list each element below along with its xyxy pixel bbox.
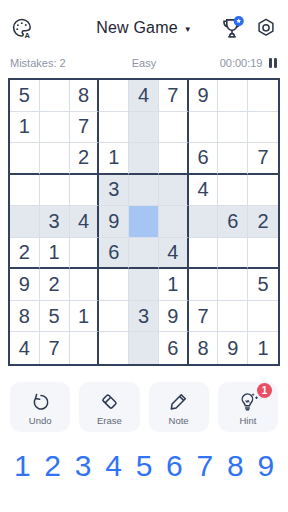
cell-r2c8[interactable] [218, 112, 248, 144]
cell-r6c1[interactable]: 2 [10, 238, 40, 270]
pause-icon[interactable] [268, 57, 279, 69]
cell-r3c9[interactable]: 7 [248, 143, 278, 175]
cell-r2c5[interactable] [129, 112, 159, 144]
cell-r7c6[interactable]: 1 [159, 269, 189, 301]
cell-r7c4[interactable] [99, 269, 129, 301]
toolbar: Undo Erase Note [10, 382, 278, 432]
top-bar: A New Game ▼ [0, 8, 288, 48]
cell-r4c1[interactable] [10, 175, 40, 207]
cell-r4c3[interactable] [70, 175, 100, 207]
cell-r8c9[interactable] [248, 301, 278, 333]
numpad: 123456789 [7, 449, 281, 483]
cell-r4c5[interactable] [129, 175, 159, 207]
cell-r3c7[interactable]: 6 [189, 143, 219, 175]
cell-r1c4[interactable] [99, 80, 129, 112]
note-label: Note [169, 415, 189, 426]
cell-r9c4[interactable] [99, 332, 129, 364]
cell-r1c9[interactable] [248, 80, 278, 112]
cell-r8c1[interactable]: 8 [10, 301, 40, 333]
new-game-dropdown[interactable]: New Game ▼ [96, 19, 192, 37]
cell-r2c6[interactable] [159, 112, 189, 144]
undo-label: Undo [29, 415, 52, 426]
cell-r9c1[interactable]: 4 [10, 332, 40, 364]
erase-label: Erase [97, 415, 122, 426]
cell-r3c2[interactable] [40, 143, 70, 175]
undo-icon [29, 390, 52, 414]
status-bar: Mistakes: 2 Easy 00:00:19 [10, 57, 278, 69]
cell-r7c5[interactable] [129, 269, 159, 301]
numpad-2[interactable]: 2 [37, 449, 67, 483]
cell-r6c4[interactable]: 6 [99, 238, 129, 270]
cell-r2c4[interactable] [99, 112, 129, 144]
numpad-9[interactable]: 9 [251, 449, 281, 483]
undo-button[interactable]: Undo [10, 382, 70, 432]
pencil-icon [167, 390, 190, 414]
sudoku-board: 58479172167343496221649215851397476891 [8, 78, 280, 366]
cell-r7c8[interactable] [218, 269, 248, 301]
cell-r5c4[interactable]: 9 [99, 206, 129, 238]
cell-r8c5[interactable]: 3 [129, 301, 159, 333]
cell-r5c2[interactable]: 3 [40, 206, 70, 238]
hint-badge: 1 [257, 383, 272, 398]
cell-r5c3[interactable]: 4 [70, 206, 100, 238]
chevron-down-icon: ▼ [184, 25, 192, 34]
cell-r6c3[interactable] [70, 238, 100, 270]
cell-r1c1[interactable]: 5 [10, 80, 40, 112]
cell-r6c2[interactable]: 1 [40, 238, 70, 270]
cell-r3c8[interactable] [218, 143, 248, 175]
lightbulb-icon [236, 390, 259, 414]
numpad-8[interactable]: 8 [220, 449, 250, 483]
gear-icon[interactable] [252, 14, 280, 42]
palette-icon[interactable]: A [8, 14, 36, 42]
cell-r4c7[interactable]: 4 [189, 175, 219, 207]
numpad-5[interactable]: 5 [129, 449, 159, 483]
cell-r6c8[interactable] [218, 238, 248, 270]
cell-r7c3[interactable] [70, 269, 100, 301]
cell-r9c8[interactable]: 9 [218, 332, 248, 364]
cell-r1c8[interactable] [218, 80, 248, 112]
cell-r3c3[interactable]: 2 [70, 143, 100, 175]
cell-r5c8[interactable]: 6 [218, 206, 248, 238]
timer: 00:00:19 [220, 57, 263, 69]
cell-r5c5[interactable] [129, 206, 159, 238]
erase-button[interactable]: Erase [79, 382, 139, 432]
cell-r5c1[interactable] [10, 206, 40, 238]
hint-label: Hint [239, 415, 256, 426]
numpad-7[interactable]: 7 [190, 449, 220, 483]
cell-r5c7[interactable] [189, 206, 219, 238]
cell-r9c6[interactable]: 6 [159, 332, 189, 364]
trophy-icon[interactable] [218, 14, 246, 42]
cell-r2c9[interactable] [248, 112, 278, 144]
cell-r6c6[interactable]: 4 [159, 238, 189, 270]
cell-r1c5[interactable]: 4 [129, 80, 159, 112]
cell-r7c9[interactable]: 5 [248, 269, 278, 301]
difficulty-label: Easy [132, 57, 156, 69]
hint-button[interactable]: Hint 1 [218, 382, 278, 432]
cell-r4c6[interactable] [159, 175, 189, 207]
note-button[interactable]: Note [149, 382, 209, 432]
cell-r7c1[interactable]: 9 [10, 269, 40, 301]
cell-r1c7[interactable]: 9 [189, 80, 219, 112]
cell-r3c4[interactable]: 1 [99, 143, 129, 175]
svg-text:A: A [25, 31, 31, 40]
cell-r8c6[interactable]: 9 [159, 301, 189, 333]
cell-r4c9[interactable] [248, 175, 278, 207]
cell-r1c2[interactable] [40, 80, 70, 112]
cell-r3c6[interactable] [159, 143, 189, 175]
mistakes-label: Mistakes: 2 [10, 57, 66, 69]
cell-r7c7[interactable] [189, 269, 219, 301]
cell-r3c5[interactable] [129, 143, 159, 175]
cell-r5c9[interactable]: 2 [248, 206, 278, 238]
cell-r8c2[interactable]: 5 [40, 301, 70, 333]
eraser-icon [98, 390, 121, 414]
cell-r9c5[interactable] [129, 332, 159, 364]
cell-r9c2[interactable]: 7 [40, 332, 70, 364]
cell-r6c9[interactable] [248, 238, 278, 270]
cell-r2c3[interactable]: 7 [70, 112, 100, 144]
numpad-1[interactable]: 1 [7, 449, 37, 483]
cell-r3c1[interactable] [10, 143, 40, 175]
cell-r6c7[interactable] [189, 238, 219, 270]
cell-r8c8[interactable] [218, 301, 248, 333]
cell-r4c8[interactable] [218, 175, 248, 207]
cell-r8c4[interactable] [99, 301, 129, 333]
cell-r2c2[interactable] [40, 112, 70, 144]
cell-r7c2[interactable]: 2 [40, 269, 70, 301]
cell-r9c7[interactable]: 8 [189, 332, 219, 364]
numpad-3[interactable]: 3 [68, 449, 98, 483]
cell-r1c3[interactable]: 8 [70, 80, 100, 112]
cell-r8c7[interactable]: 7 [189, 301, 219, 333]
cell-r4c2[interactable] [40, 175, 70, 207]
cell-r4c4[interactable]: 3 [99, 175, 129, 207]
cell-r9c3[interactable] [70, 332, 100, 364]
numpad-4[interactable]: 4 [98, 449, 128, 483]
cell-r5c6[interactable] [159, 206, 189, 238]
cell-r6c5[interactable] [129, 238, 159, 270]
cell-r8c3[interactable]: 1 [70, 301, 100, 333]
numpad-6[interactable]: 6 [159, 449, 189, 483]
cell-r2c1[interactable]: 1 [10, 112, 40, 144]
cell-r1c6[interactable]: 7 [159, 80, 189, 112]
page-title: New Game [96, 19, 178, 37]
cell-r9c9[interactable]: 1 [248, 332, 278, 364]
cell-r2c7[interactable] [189, 112, 219, 144]
